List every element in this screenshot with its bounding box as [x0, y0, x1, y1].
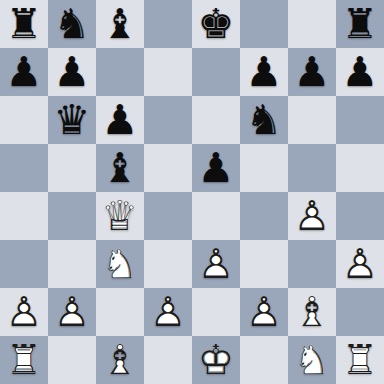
black-pawn-piece[interactable]: ♟: [0, 48, 48, 96]
square-b8[interactable]: ♞: [48, 0, 96, 48]
square-b6[interactable]: ♛: [48, 96, 96, 144]
piece-glyph: ♟: [0, 48, 48, 96]
black-rook-piece[interactable]: ♜: [336, 0, 384, 48]
square-h6[interactable]: [336, 96, 384, 144]
square-f5[interactable]: [240, 144, 288, 192]
black-king-piece[interactable]: ♚: [192, 0, 240, 48]
square-g4[interactable]: ♟♙: [288, 192, 336, 240]
white-knight-piece[interactable]: ♞♘: [288, 336, 336, 384]
square-f1[interactable]: [240, 336, 288, 384]
square-e5[interactable]: ♟: [192, 144, 240, 192]
square-b4[interactable]: [48, 192, 96, 240]
piece-outline-glyph: ♕: [96, 192, 144, 240]
black-pawn-piece[interactable]: ♟: [336, 48, 384, 96]
square-g1[interactable]: ♞♘: [288, 336, 336, 384]
piece-outline-glyph: ♔: [192, 336, 240, 384]
square-c2[interactable]: [96, 288, 144, 336]
square-g6[interactable]: [288, 96, 336, 144]
white-pawn-piece[interactable]: ♟♙: [0, 288, 48, 336]
square-a4[interactable]: [0, 192, 48, 240]
square-a8[interactable]: ♜: [0, 0, 48, 48]
square-c3[interactable]: ♞♘: [96, 240, 144, 288]
white-knight-piece[interactable]: ♞♘: [96, 240, 144, 288]
white-pawn-piece[interactable]: ♟♙: [48, 288, 96, 336]
piece-glyph: ♟: [336, 48, 384, 96]
piece-glyph: ♟: [192, 144, 240, 192]
square-a5[interactable]: [0, 144, 48, 192]
piece-outline-glyph: ♙: [144, 288, 192, 336]
square-b1[interactable]: [48, 336, 96, 384]
square-a7[interactable]: ♟: [0, 48, 48, 96]
piece-glyph: ♟: [48, 48, 96, 96]
black-bishop-piece[interactable]: ♝: [96, 144, 144, 192]
square-d1[interactable]: [144, 336, 192, 384]
piece-outline-glyph: ♘: [96, 240, 144, 288]
square-a2[interactable]: ♟♙: [0, 288, 48, 336]
white-pawn-piece[interactable]: ♟♙: [192, 240, 240, 288]
piece-outline-glyph: ♘: [288, 336, 336, 384]
square-h7[interactable]: ♟: [336, 48, 384, 96]
white-queen-piece[interactable]: ♛♕: [96, 192, 144, 240]
square-g2[interactable]: ♝♗: [288, 288, 336, 336]
square-c4[interactable]: ♛♕: [96, 192, 144, 240]
white-rook-piece[interactable]: ♜♖: [0, 336, 48, 384]
square-e2[interactable]: [192, 288, 240, 336]
piece-outline-glyph: ♙: [240, 288, 288, 336]
white-pawn-piece[interactable]: ♟♙: [240, 288, 288, 336]
square-f2[interactable]: ♟♙: [240, 288, 288, 336]
square-f6[interactable]: ♞: [240, 96, 288, 144]
black-knight-piece[interactable]: ♞: [48, 0, 96, 48]
piece-outline-glyph: ♙: [288, 192, 336, 240]
square-f4[interactable]: [240, 192, 288, 240]
black-knight-piece[interactable]: ♞: [240, 96, 288, 144]
square-c6[interactable]: ♟: [96, 96, 144, 144]
piece-glyph: ♟: [288, 48, 336, 96]
piece-glyph: ♞: [48, 0, 96, 48]
square-d3[interactable]: [144, 240, 192, 288]
white-bishop-piece[interactable]: ♝♗: [288, 288, 336, 336]
square-f7[interactable]: ♟: [240, 48, 288, 96]
piece-outline-glyph: ♙: [48, 288, 96, 336]
square-h4[interactable]: [336, 192, 384, 240]
white-pawn-piece[interactable]: ♟♙: [288, 192, 336, 240]
square-d2[interactable]: ♟♙: [144, 288, 192, 336]
black-pawn-piece[interactable]: ♟: [240, 48, 288, 96]
white-bishop-piece[interactable]: ♝♗: [96, 336, 144, 384]
piece-outline-glyph: ♙: [192, 240, 240, 288]
square-e7[interactable]: [192, 48, 240, 96]
square-h2[interactable]: [336, 288, 384, 336]
square-h1[interactable]: ♜♖: [336, 336, 384, 384]
square-b5[interactable]: [48, 144, 96, 192]
black-pawn-piece[interactable]: ♟: [192, 144, 240, 192]
black-queen-piece[interactable]: ♛: [48, 96, 96, 144]
square-e6[interactable]: [192, 96, 240, 144]
piece-glyph: ♟: [240, 48, 288, 96]
black-bishop-piece[interactable]: ♝: [96, 0, 144, 48]
square-b7[interactable]: ♟: [48, 48, 96, 96]
square-b2[interactable]: ♟♙: [48, 288, 96, 336]
square-a1[interactable]: ♜♖: [0, 336, 48, 384]
white-rook-piece[interactable]: ♜♖: [336, 336, 384, 384]
piece-glyph: ♜: [0, 0, 48, 48]
piece-outline-glyph: ♖: [336, 336, 384, 384]
piece-glyph: ♝: [96, 144, 144, 192]
black-rook-piece[interactable]: ♜: [0, 0, 48, 48]
piece-glyph: ♟: [96, 96, 144, 144]
square-h3[interactable]: ♟♙: [336, 240, 384, 288]
square-c7[interactable]: [96, 48, 144, 96]
square-g3[interactable]: [288, 240, 336, 288]
square-f8[interactable]: [240, 0, 288, 48]
square-h5[interactable]: [336, 144, 384, 192]
square-c5[interactable]: ♝: [96, 144, 144, 192]
black-pawn-piece[interactable]: ♟: [48, 48, 96, 96]
black-pawn-piece[interactable]: ♟: [96, 96, 144, 144]
piece-glyph: ♜: [336, 0, 384, 48]
square-e1[interactable]: ♚♔: [192, 336, 240, 384]
square-g5[interactable]: [288, 144, 336, 192]
square-d5[interactable]: [144, 144, 192, 192]
white-pawn-piece[interactable]: ♟♙: [144, 288, 192, 336]
piece-glyph: ♝: [96, 0, 144, 48]
square-h8[interactable]: ♜: [336, 0, 384, 48]
piece-glyph: ♞: [240, 96, 288, 144]
square-d4[interactable]: [144, 192, 192, 240]
piece-glyph: ♛: [48, 96, 96, 144]
square-b3[interactable]: [48, 240, 96, 288]
square-f3[interactable]: [240, 240, 288, 288]
piece-glyph: ♚: [192, 0, 240, 48]
square-g8[interactable]: [288, 0, 336, 48]
piece-outline-glyph: ♖: [0, 336, 48, 384]
piece-outline-glyph: ♙: [336, 240, 384, 288]
square-d8[interactable]: [144, 0, 192, 48]
square-c1[interactable]: ♝♗: [96, 336, 144, 384]
square-d7[interactable]: [144, 48, 192, 96]
square-g7[interactable]: ♟: [288, 48, 336, 96]
square-e3[interactable]: ♟♙: [192, 240, 240, 288]
square-e4[interactable]: [192, 192, 240, 240]
square-c8[interactable]: ♝: [96, 0, 144, 48]
white-pawn-piece[interactable]: ♟♙: [336, 240, 384, 288]
piece-outline-glyph: ♗: [288, 288, 336, 336]
white-king-piece[interactable]: ♚♔: [192, 336, 240, 384]
square-d6[interactable]: [144, 96, 192, 144]
square-a3[interactable]: [0, 240, 48, 288]
black-pawn-piece[interactable]: ♟: [288, 48, 336, 96]
square-e8[interactable]: ♚: [192, 0, 240, 48]
chess-board: ♜♞♝♚♜♟♟♟♟♟♛♟♞♝♟♛♕♟♙♞♘♟♙♟♙♟♙♟♙♟♙♟♙♝♗♜♖♝♗♚…: [0, 0, 384, 384]
square-a6[interactable]: [0, 96, 48, 144]
piece-outline-glyph: ♙: [0, 288, 48, 336]
piece-outline-glyph: ♗: [96, 336, 144, 384]
